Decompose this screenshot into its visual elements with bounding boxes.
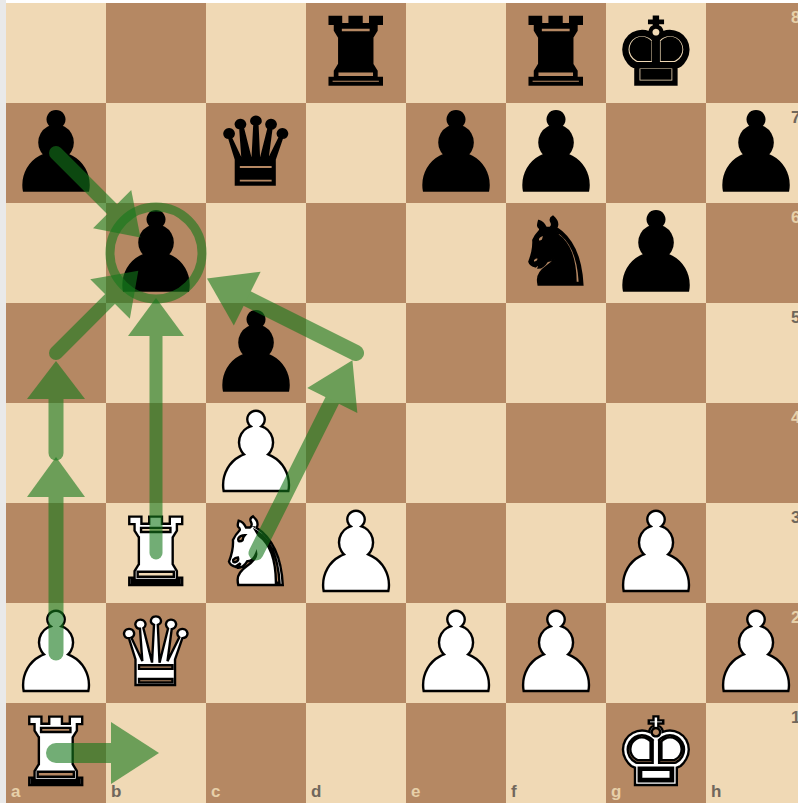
- coord-rank-5: 5: [791, 309, 798, 326]
- square-e6[interactable]: [406, 203, 506, 303]
- chess-board: ♜♜♚♟♛♟♟♟♟♞♟♟♟♜♞♟♟♟♛♟♟♟♜♚abcdefgh87654321: [6, 3, 798, 803]
- piece-white-rook-a1[interactable]: ♜: [6, 703, 106, 803]
- square-g6[interactable]: ♟: [606, 203, 706, 303]
- square-c1[interactable]: [206, 703, 306, 803]
- square-h8[interactable]: [706, 3, 798, 103]
- square-c3[interactable]: ♞: [206, 503, 306, 603]
- square-a6[interactable]: [6, 203, 106, 303]
- piece-black-pawn-b6[interactable]: ♟: [106, 203, 206, 303]
- piece-black-knight-f6[interactable]: ♞: [506, 203, 606, 303]
- square-e8[interactable]: [406, 3, 506, 103]
- square-c7[interactable]: ♛: [206, 103, 306, 203]
- square-g8[interactable]: ♚: [606, 3, 706, 103]
- piece-white-pawn-h2[interactable]: ♟: [706, 603, 798, 703]
- page: { "game": "chess", "position": "3r1rk1/p…: [0, 0, 798, 803]
- square-b6[interactable]: ♟: [106, 203, 206, 303]
- piece-white-knight-c3[interactable]: ♞: [206, 503, 306, 603]
- coord-rank-1: 1: [791, 709, 798, 726]
- square-b3[interactable]: ♜: [106, 503, 206, 603]
- coord-file-b: b: [111, 783, 121, 800]
- square-d4[interactable]: [306, 403, 406, 503]
- square-d7[interactable]: [306, 103, 406, 203]
- piece-white-pawn-f2[interactable]: ♟: [506, 603, 606, 703]
- coord-file-g: g: [611, 783, 621, 800]
- square-c4[interactable]: ♟: [206, 403, 306, 503]
- piece-white-queen-b2[interactable]: ♛: [106, 603, 206, 703]
- square-f4[interactable]: [506, 403, 606, 503]
- square-h7[interactable]: ♟: [706, 103, 798, 203]
- coord-file-e: e: [411, 783, 420, 800]
- square-h5[interactable]: [706, 303, 798, 403]
- square-a8[interactable]: [6, 3, 106, 103]
- coord-rank-8: 8: [791, 9, 798, 26]
- square-f2[interactable]: ♟: [506, 603, 606, 703]
- piece-black-king-g8[interactable]: ♚: [606, 3, 706, 103]
- coord-file-h: h: [711, 783, 721, 800]
- coord-rank-2: 2: [791, 609, 798, 626]
- coord-rank-4: 4: [791, 409, 798, 426]
- piece-black-pawn-g6[interactable]: ♟: [606, 203, 706, 303]
- square-b5[interactable]: [106, 303, 206, 403]
- square-a2[interactable]: ♟: [6, 603, 106, 703]
- piece-white-pawn-e2[interactable]: ♟: [406, 603, 506, 703]
- piece-white-pawn-d3[interactable]: ♟: [306, 503, 406, 603]
- square-e4[interactable]: [406, 403, 506, 503]
- piece-black-pawn-c5[interactable]: ♟: [206, 303, 306, 403]
- piece-black-pawn-a7[interactable]: ♟: [6, 103, 106, 203]
- square-f6[interactable]: ♞: [506, 203, 606, 303]
- square-e7[interactable]: ♟: [406, 103, 506, 203]
- square-f3[interactable]: [506, 503, 606, 603]
- square-a5[interactable]: [6, 303, 106, 403]
- square-e2[interactable]: ♟: [406, 603, 506, 703]
- square-e5[interactable]: [406, 303, 506, 403]
- square-f8[interactable]: ♜: [506, 3, 606, 103]
- coord-file-d: d: [311, 783, 321, 800]
- coord-rank-7: 7: [791, 109, 798, 126]
- piece-black-rook-f8[interactable]: ♜: [506, 3, 606, 103]
- square-d2[interactable]: [306, 603, 406, 703]
- square-f1[interactable]: [506, 703, 606, 803]
- square-b7[interactable]: [106, 103, 206, 203]
- square-a4[interactable]: [6, 403, 106, 503]
- piece-black-pawn-f7[interactable]: ♟: [506, 103, 606, 203]
- piece-white-rook-b3[interactable]: ♜: [106, 503, 206, 603]
- coord-file-a: a: [11, 783, 20, 800]
- square-h3[interactable]: [706, 503, 798, 603]
- square-h6[interactable]: [706, 203, 798, 303]
- piece-black-pawn-e7[interactable]: ♟: [406, 103, 506, 203]
- square-d8[interactable]: ♜: [306, 3, 406, 103]
- square-c5[interactable]: ♟: [206, 303, 306, 403]
- square-c6[interactable]: [206, 203, 306, 303]
- square-d5[interactable]: [306, 303, 406, 403]
- coord-file-f: f: [511, 783, 517, 800]
- square-a7[interactable]: ♟: [6, 103, 106, 203]
- square-c8[interactable]: [206, 3, 306, 103]
- square-h4[interactable]: [706, 403, 798, 503]
- square-b8[interactable]: [106, 3, 206, 103]
- square-f5[interactable]: [506, 303, 606, 403]
- piece-black-queen-c7[interactable]: ♛: [206, 103, 306, 203]
- square-a3[interactable]: [6, 503, 106, 603]
- square-b2[interactable]: ♛: [106, 603, 206, 703]
- coord-rank-3: 3: [791, 509, 798, 526]
- coord-file-c: c: [211, 783, 220, 800]
- piece-white-pawn-a2[interactable]: ♟: [6, 603, 106, 703]
- coord-rank-6: 6: [791, 209, 798, 226]
- square-d6[interactable]: [306, 203, 406, 303]
- square-a1[interactable]: ♜: [6, 703, 106, 803]
- square-g5[interactable]: [606, 303, 706, 403]
- square-f7[interactable]: ♟: [506, 103, 606, 203]
- piece-white-pawn-g3[interactable]: ♟: [606, 503, 706, 603]
- square-e3[interactable]: [406, 503, 506, 603]
- piece-black-pawn-h7[interactable]: ♟: [706, 103, 798, 203]
- square-g2[interactable]: [606, 603, 706, 703]
- piece-white-pawn-c4[interactable]: ♟: [206, 403, 306, 503]
- square-d3[interactable]: ♟: [306, 503, 406, 603]
- square-h2[interactable]: ♟: [706, 603, 798, 703]
- square-c2[interactable]: [206, 603, 306, 703]
- square-b4[interactable]: [106, 403, 206, 503]
- square-g7[interactable]: [606, 103, 706, 203]
- piece-black-rook-d8[interactable]: ♜: [306, 3, 406, 103]
- square-g4[interactable]: [606, 403, 706, 503]
- square-g3[interactable]: ♟: [606, 503, 706, 603]
- square-e1[interactable]: [406, 703, 506, 803]
